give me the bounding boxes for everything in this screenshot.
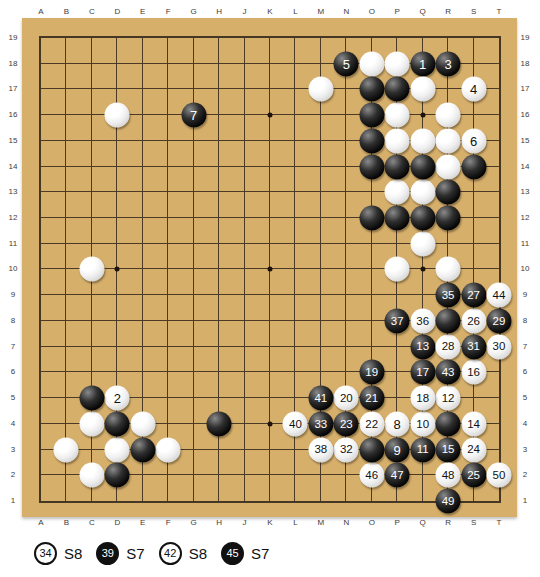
grid-cell xyxy=(270,115,295,141)
col-label-top-B: B xyxy=(64,8,69,16)
grid-cell xyxy=(245,192,270,218)
grid-cell xyxy=(41,295,66,321)
grid-cell xyxy=(270,450,295,476)
stone-move-number: 6 xyxy=(470,134,477,147)
grid-cell xyxy=(270,218,295,244)
grid-cell xyxy=(117,64,142,90)
grid-cell xyxy=(245,141,270,167)
grid-cell xyxy=(245,218,270,244)
grid-cell xyxy=(66,89,91,115)
stone-white-L4: 40 xyxy=(283,411,308,436)
grid-cell xyxy=(66,321,91,347)
stone-black-D4 xyxy=(105,411,130,436)
stone-move-number: 12 xyxy=(442,392,455,404)
stone-white-M3: 38 xyxy=(308,437,333,462)
col-label-bottom-F: F xyxy=(166,519,171,527)
grid-cell xyxy=(474,38,499,64)
stone-move-number: 17 xyxy=(416,367,429,379)
stone-white-O4: 22 xyxy=(359,411,384,436)
stone-black-O17 xyxy=(359,77,384,102)
stone-white-R2: 48 xyxy=(436,463,461,488)
grid-cell xyxy=(41,321,66,347)
grid-cell xyxy=(321,218,346,244)
grid-cell xyxy=(321,115,346,141)
grid-cell xyxy=(117,321,142,347)
grid-cell xyxy=(245,115,270,141)
stone-move-number: 41 xyxy=(314,392,327,404)
stone-move-number: 19 xyxy=(365,367,378,379)
grid-cell xyxy=(321,321,346,347)
stone-black-O15 xyxy=(359,128,384,153)
grid-cell xyxy=(143,372,168,398)
grid-cell xyxy=(143,269,168,295)
grid-cell xyxy=(270,295,295,321)
stone-white-S15: 6 xyxy=(461,128,486,153)
grid-cell xyxy=(143,244,168,270)
grid-cell xyxy=(219,244,244,270)
grid-cell xyxy=(143,167,168,193)
grid-cell xyxy=(66,38,91,64)
star-point-K16 xyxy=(267,113,272,118)
stone-move-number: 43 xyxy=(442,367,455,379)
grid-cell xyxy=(143,38,168,64)
grid-cell xyxy=(270,244,295,270)
star-point-K4 xyxy=(267,421,272,426)
grid-cell xyxy=(245,89,270,115)
stone-move-number: 18 xyxy=(416,392,429,404)
stone-white-D3 xyxy=(105,437,130,462)
grid-cell xyxy=(66,115,91,141)
grid-cell xyxy=(66,347,91,373)
stone-black-S2: 25 xyxy=(461,463,486,488)
stone-white-Q13 xyxy=(410,180,435,205)
grid-cell xyxy=(245,167,270,193)
grid-cell xyxy=(41,141,66,167)
row-label-left-7: 7 xyxy=(11,343,15,351)
grid-cell xyxy=(219,115,244,141)
row-label-left-15: 15 xyxy=(9,137,18,145)
grid-cell xyxy=(92,218,117,244)
stone-move-number: 16 xyxy=(467,367,480,379)
row-label-right-3: 3 xyxy=(523,446,527,454)
stone-move-number: 32 xyxy=(340,444,353,456)
grid-cell xyxy=(194,192,219,218)
grid-cell xyxy=(346,321,371,347)
row-label-right-2: 2 xyxy=(523,471,527,479)
grid-cell xyxy=(270,38,295,64)
row-label-right-9: 9 xyxy=(523,291,527,299)
stone-black-R8 xyxy=(436,308,461,333)
row-label-right-12: 12 xyxy=(521,214,530,222)
stone-black-Q3: 11 xyxy=(410,437,435,462)
stone-move-number: 5 xyxy=(343,57,350,70)
col-label-bottom-H: H xyxy=(216,519,222,527)
grid-cell xyxy=(321,295,346,321)
grid-cell xyxy=(474,192,499,218)
stone-white-D16 xyxy=(105,103,130,128)
stone-white-P13 xyxy=(385,180,410,205)
col-label-top-G: G xyxy=(191,8,197,16)
grid-cell xyxy=(194,38,219,64)
stone-white-R7: 28 xyxy=(436,334,461,359)
grid-cell xyxy=(194,269,219,295)
grid-cell xyxy=(92,38,117,64)
row-label-right-15: 15 xyxy=(521,137,530,145)
grid-cell xyxy=(41,347,66,373)
stone-black-O5: 21 xyxy=(359,386,384,411)
stone-white-P4: 8 xyxy=(385,411,410,436)
stone-white-R10 xyxy=(436,257,461,282)
grid-cell xyxy=(41,64,66,90)
stone-move-number: 29 xyxy=(493,315,506,327)
col-label-top-T: T xyxy=(497,8,502,16)
row-label-right-8: 8 xyxy=(523,317,527,325)
stone-move-number: 50 xyxy=(493,470,506,482)
col-label-top-F: F xyxy=(166,8,171,16)
grid-cell xyxy=(474,218,499,244)
grid-cell xyxy=(117,167,142,193)
stone-black-M4: 33 xyxy=(308,411,333,436)
grid-cell xyxy=(194,475,219,501)
grid-cell xyxy=(295,192,320,218)
col-label-top-J: J xyxy=(243,8,247,16)
stone-white-M17 xyxy=(308,77,333,102)
grid-cell xyxy=(41,372,66,398)
caption-point-42: S8 xyxy=(189,545,207,562)
caption-stone-45: 45 xyxy=(221,542,244,565)
grid-cell xyxy=(270,372,295,398)
stone-black-O16 xyxy=(359,103,384,128)
col-label-bottom-O: O xyxy=(369,519,375,527)
grid-cell xyxy=(168,321,193,347)
grid-cell xyxy=(346,295,371,321)
star-point-Q10 xyxy=(420,267,425,272)
stone-black-P12 xyxy=(385,206,410,231)
grid-cell xyxy=(41,167,66,193)
grid-cell xyxy=(295,321,320,347)
col-label-bottom-S: S xyxy=(471,519,476,527)
grid-cell xyxy=(270,321,295,347)
stone-black-H4 xyxy=(207,411,232,436)
stone-move-number: 31 xyxy=(467,341,480,353)
stone-white-Q11 xyxy=(410,231,435,256)
grid-cell xyxy=(219,218,244,244)
stone-white-T7: 30 xyxy=(486,334,511,359)
stone-black-O12 xyxy=(359,206,384,231)
stone-white-B3 xyxy=(54,437,79,462)
grid-cell xyxy=(270,269,295,295)
stone-move-number: 23 xyxy=(340,418,353,430)
stone-white-P18 xyxy=(385,51,410,76)
col-label-bottom-P: P xyxy=(395,519,400,527)
grid-cell xyxy=(168,269,193,295)
grid-cell xyxy=(41,89,66,115)
stone-move-number: 9 xyxy=(394,443,401,456)
stone-black-Q12 xyxy=(410,206,435,231)
stone-black-N18: 5 xyxy=(334,51,359,76)
grid-cell xyxy=(321,192,346,218)
grid-cell xyxy=(245,321,270,347)
grid-cell xyxy=(168,141,193,167)
stone-white-T2: 50 xyxy=(486,463,511,488)
col-label-top-A: A xyxy=(38,8,43,16)
grid-cell xyxy=(295,269,320,295)
grid-cell xyxy=(143,115,168,141)
stone-white-R5: 12 xyxy=(436,386,461,411)
grid-cell xyxy=(219,192,244,218)
stone-white-C4 xyxy=(79,411,104,436)
stone-black-M5: 41 xyxy=(308,386,333,411)
row-label-left-8: 8 xyxy=(11,317,15,325)
col-label-bottom-R: R xyxy=(445,519,451,527)
grid-cell xyxy=(270,192,295,218)
grid-cell xyxy=(245,64,270,90)
grid-cell xyxy=(168,167,193,193)
grid-cell xyxy=(219,347,244,373)
col-label-top-S: S xyxy=(471,8,476,16)
col-label-top-E: E xyxy=(140,8,145,16)
stone-move-number: 48 xyxy=(442,470,455,482)
row-label-right-7: 7 xyxy=(523,343,527,351)
col-label-top-P: P xyxy=(395,8,400,16)
grid-cell xyxy=(194,347,219,373)
grid-cell xyxy=(92,64,117,90)
stone-white-N3: 32 xyxy=(334,437,359,462)
grid-cell xyxy=(295,244,320,270)
grid-cell xyxy=(295,218,320,244)
stone-move-number: 25 xyxy=(467,470,480,482)
stone-white-C10 xyxy=(79,257,104,282)
stone-white-O18 xyxy=(359,51,384,76)
row-label-right-1: 1 xyxy=(523,497,527,505)
grid-cell xyxy=(168,64,193,90)
row-label-right-16: 16 xyxy=(521,111,530,119)
grid-cell xyxy=(143,218,168,244)
grid-cell xyxy=(92,192,117,218)
col-label-top-H: H xyxy=(216,8,222,16)
stone-move-number: 27 xyxy=(467,289,480,301)
col-label-bottom-J: J xyxy=(243,519,247,527)
grid-cell xyxy=(219,141,244,167)
stone-white-R15 xyxy=(436,128,461,153)
grid-cell xyxy=(194,64,219,90)
caption-stone-39: 39 xyxy=(96,542,119,565)
row-label-right-14: 14 xyxy=(521,163,530,171)
row-label-right-17: 17 xyxy=(521,85,530,93)
grid-cell xyxy=(66,218,91,244)
grid-cell xyxy=(295,167,320,193)
row-label-left-9: 9 xyxy=(11,291,15,299)
grid-cell xyxy=(194,372,219,398)
grid-cell xyxy=(168,295,193,321)
stone-move-number: 3 xyxy=(444,57,451,70)
stone-move-number: 1 xyxy=(419,57,426,70)
star-point-Q16 xyxy=(420,113,425,118)
stone-move-number: 38 xyxy=(314,444,327,456)
grid-cell xyxy=(41,115,66,141)
stone-black-O3 xyxy=(359,437,384,462)
row-label-left-14: 14 xyxy=(9,163,18,171)
grid-cell xyxy=(346,244,371,270)
grid-cell xyxy=(219,167,244,193)
stone-move-number: 26 xyxy=(467,315,480,327)
caption-stone-42: 42 xyxy=(159,542,182,565)
col-label-top-M: M xyxy=(318,8,325,16)
stone-black-O14 xyxy=(359,154,384,179)
col-label-bottom-D: D xyxy=(114,519,120,527)
stone-move-number: 22 xyxy=(365,418,378,430)
grid-cell xyxy=(168,192,193,218)
grid-cell xyxy=(194,321,219,347)
grid-cell xyxy=(219,64,244,90)
caption-point-34: S8 xyxy=(64,545,82,562)
col-label-bottom-C: C xyxy=(89,519,95,527)
row-label-left-3: 3 xyxy=(11,446,15,454)
col-label-bottom-N: N xyxy=(343,519,349,527)
col-label-bottom-M: M xyxy=(318,519,325,527)
grid-cell xyxy=(168,398,193,424)
grid-cell xyxy=(219,295,244,321)
grid-cell xyxy=(117,141,142,167)
stone-white-S6: 16 xyxy=(461,360,486,385)
grid-cell xyxy=(41,398,66,424)
stone-move-number: 49 xyxy=(442,495,455,507)
grid-cell xyxy=(346,269,371,295)
col-label-bottom-A: A xyxy=(38,519,43,527)
grid-cell xyxy=(41,38,66,64)
row-label-right-13: 13 xyxy=(521,188,530,196)
grid-cell xyxy=(143,475,168,501)
grid-cell xyxy=(219,450,244,476)
stone-move-number: 33 xyxy=(314,418,327,430)
stone-black-Q14 xyxy=(410,154,435,179)
stone-white-F3 xyxy=(156,437,181,462)
grid-cell xyxy=(66,141,91,167)
stone-white-S4: 14 xyxy=(461,411,486,436)
col-label-top-K: K xyxy=(267,8,272,16)
stone-black-R4 xyxy=(436,411,461,436)
caption-point-45: S7 xyxy=(251,545,269,562)
go-diagram-page: 1234567891011121314151617181920212223242… xyxy=(0,0,540,577)
grid-cell xyxy=(168,347,193,373)
grid-cell xyxy=(270,347,295,373)
grid-cell xyxy=(194,295,219,321)
stone-move-number: 7 xyxy=(190,109,197,122)
grid-cell xyxy=(92,295,117,321)
grid-cell xyxy=(194,141,219,167)
stone-white-S3: 24 xyxy=(461,437,486,462)
row-label-left-13: 13 xyxy=(9,188,18,196)
row-label-left-12: 12 xyxy=(9,214,18,222)
stone-move-number: 21 xyxy=(365,392,378,404)
grid-cell xyxy=(219,38,244,64)
col-label-bottom-K: K xyxy=(267,519,272,527)
col-label-bottom-T: T xyxy=(497,519,502,527)
grid-cell xyxy=(92,321,117,347)
stone-black-R12 xyxy=(436,206,461,231)
grid-cell xyxy=(92,347,117,373)
col-label-bottom-G: G xyxy=(191,519,197,527)
row-label-right-5: 5 xyxy=(523,394,527,402)
row-label-left-5: 5 xyxy=(11,394,15,402)
stone-move-number: 36 xyxy=(416,315,429,327)
stone-white-Q4: 10 xyxy=(410,411,435,436)
row-label-left-17: 17 xyxy=(9,85,18,93)
grid-cell xyxy=(321,244,346,270)
stone-black-R9: 35 xyxy=(436,283,461,308)
grid-cell xyxy=(295,141,320,167)
grid-cell xyxy=(66,192,91,218)
star-point-D10 xyxy=(115,267,120,272)
go-board[interactable]: 1234567891011121314151617181920212223242… xyxy=(22,18,517,517)
grid-cell xyxy=(168,38,193,64)
caption-stone-34: 34 xyxy=(34,542,57,565)
stone-move-number: 15 xyxy=(442,444,455,456)
row-label-left-10: 10 xyxy=(9,265,18,273)
stone-white-N5: 20 xyxy=(334,386,359,411)
stone-white-R16 xyxy=(436,103,461,128)
stone-black-R6: 43 xyxy=(436,360,461,385)
grid-cell xyxy=(295,295,320,321)
stone-move-number: 35 xyxy=(442,289,455,301)
stone-black-R3: 15 xyxy=(436,437,461,462)
grid-cell xyxy=(168,475,193,501)
grid-cell xyxy=(168,218,193,244)
stone-white-P10 xyxy=(385,257,410,282)
grid-cell xyxy=(245,269,270,295)
row-label-left-2: 2 xyxy=(11,471,15,479)
grid-cell xyxy=(143,192,168,218)
stone-black-P3: 9 xyxy=(385,437,410,462)
move-caption: 34S839S742S845S7 xyxy=(34,540,276,566)
grid-cell xyxy=(117,347,142,373)
col-label-top-L: L xyxy=(293,8,297,16)
grid-cell xyxy=(92,141,117,167)
grid-cell xyxy=(245,347,270,373)
col-label-bottom-E: E xyxy=(140,519,145,527)
col-label-bottom-L: L xyxy=(293,519,297,527)
grid-cell xyxy=(66,167,91,193)
stone-black-S14 xyxy=(461,154,486,179)
row-label-left-6: 6 xyxy=(11,368,15,376)
stone-black-R18: 3 xyxy=(436,51,461,76)
stone-black-R13 xyxy=(436,180,461,205)
grid-cell xyxy=(245,475,270,501)
stone-black-Q7: 13 xyxy=(410,334,435,359)
grid-cell xyxy=(219,89,244,115)
grid-cell xyxy=(117,295,142,321)
stone-move-number: 14 xyxy=(467,418,480,430)
row-label-left-16: 16 xyxy=(9,111,18,119)
stone-white-O2: 46 xyxy=(359,463,384,488)
grid-cell xyxy=(168,244,193,270)
stone-move-number: 20 xyxy=(340,392,353,404)
col-label-bottom-Q: Q xyxy=(420,519,426,527)
stone-move-number: 30 xyxy=(493,341,506,353)
col-label-top-O: O xyxy=(369,8,375,16)
grid-cell xyxy=(295,347,320,373)
grid-cell xyxy=(117,269,142,295)
stone-move-number: 47 xyxy=(391,470,404,482)
grid-cell xyxy=(219,269,244,295)
col-label-top-D: D xyxy=(114,8,120,16)
row-label-right-11: 11 xyxy=(521,240,529,248)
grid-cell xyxy=(245,244,270,270)
col-label-top-R: R xyxy=(445,8,451,16)
stone-white-P15 xyxy=(385,128,410,153)
grid-cell xyxy=(41,269,66,295)
grid-cell xyxy=(219,372,244,398)
